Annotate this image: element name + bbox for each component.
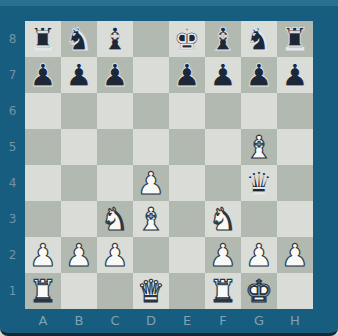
piece-black-pawn[interactable]: ♟ — [245, 57, 273, 93]
rank-label-4: 4 — [0, 165, 25, 201]
square-d2[interactable] — [133, 237, 169, 273]
square-h3[interactable] — [277, 201, 313, 237]
square-b8[interactable]: ♞ — [61, 21, 97, 57]
square-h5[interactable] — [277, 129, 313, 165]
file-label-c: C — [97, 309, 133, 333]
square-d5[interactable] — [133, 129, 169, 165]
piece-white-knight[interactable]: ♞ — [101, 201, 129, 237]
square-b6[interactable] — [61, 93, 97, 129]
square-c2[interactable]: ♟ — [97, 237, 133, 273]
file-label-h: H — [277, 309, 313, 333]
square-b1[interactable] — [61, 273, 97, 309]
square-d3[interactable]: ♝ — [133, 201, 169, 237]
file-label-f: F — [205, 309, 241, 333]
chess-widget: 87654321 ♜♞♝♚♝♞♜♟♟♟♟♟♟♟♝♟♛♞♝♞♟♟♟♟♟♟♜♛♜♚ … — [0, 0, 338, 336]
piece-white-king[interactable]: ♚ — [245, 273, 273, 309]
square-h7[interactable]: ♟ — [277, 57, 313, 93]
square-c4[interactable] — [97, 165, 133, 201]
square-a1[interactable]: ♜ — [25, 273, 61, 309]
piece-white-bishop[interactable]: ♝ — [137, 201, 165, 237]
piece-black-pawn[interactable]: ♟ — [101, 57, 129, 93]
square-d7[interactable] — [133, 57, 169, 93]
square-f2[interactable]: ♟ — [205, 237, 241, 273]
square-g3[interactable] — [241, 201, 277, 237]
rank-label-5: 5 — [0, 129, 25, 165]
rank-labels: 87654321 — [0, 21, 25, 309]
file-label-b: B — [61, 309, 97, 333]
rank-label-2: 2 — [0, 237, 25, 273]
square-e7[interactable]: ♟ — [169, 57, 205, 93]
square-a2[interactable]: ♟ — [25, 237, 61, 273]
square-h6[interactable] — [277, 93, 313, 129]
piece-black-knight[interactable]: ♞ — [65, 21, 93, 57]
piece-black-pawn[interactable]: ♟ — [281, 57, 309, 93]
piece-black-bishop[interactable]: ♝ — [101, 21, 129, 57]
square-b4[interactable] — [61, 165, 97, 201]
square-e2[interactable] — [169, 237, 205, 273]
file-label-e: E — [169, 309, 205, 333]
piece-white-pawn[interactable]: ♟ — [101, 237, 129, 273]
square-d6[interactable] — [133, 93, 169, 129]
square-f6[interactable] — [205, 93, 241, 129]
square-f8[interactable]: ♝ — [205, 21, 241, 57]
square-c5[interactable] — [97, 129, 133, 165]
square-f5[interactable] — [205, 129, 241, 165]
chess-board[interactable]: ♜♞♝♚♝♞♜♟♟♟♟♟♟♟♝♟♛♞♝♞♟♟♟♟♟♟♜♛♜♚ — [25, 21, 313, 309]
square-h4[interactable] — [277, 165, 313, 201]
square-h2[interactable]: ♟ — [277, 237, 313, 273]
square-e6[interactable] — [169, 93, 205, 129]
square-c6[interactable] — [97, 93, 133, 129]
square-b3[interactable] — [61, 201, 97, 237]
square-a7[interactable]: ♟ — [25, 57, 61, 93]
piece-white-pawn[interactable]: ♟ — [209, 237, 237, 273]
piece-black-pawn[interactable]: ♟ — [29, 57, 57, 93]
square-g2[interactable]: ♟ — [241, 237, 277, 273]
square-c8[interactable]: ♝ — [97, 21, 133, 57]
square-d1[interactable]: ♛ — [133, 273, 169, 309]
piece-black-pawn[interactable]: ♟ — [65, 57, 93, 93]
square-e8[interactable]: ♚ — [169, 21, 205, 57]
piece-white-rook[interactable]: ♜ — [209, 273, 237, 309]
square-g5[interactable]: ♝ — [241, 129, 277, 165]
rank-label-6: 6 — [0, 93, 25, 129]
square-f4[interactable] — [205, 165, 241, 201]
square-e1[interactable] — [169, 273, 205, 309]
square-e3[interactable] — [169, 201, 205, 237]
square-h1[interactable] — [277, 273, 313, 309]
piece-white-rook[interactable]: ♜ — [29, 273, 57, 309]
square-h8[interactable]: ♜ — [277, 21, 313, 57]
square-d8[interactable] — [133, 21, 169, 57]
piece-black-king[interactable]: ♚ — [173, 21, 201, 57]
square-g4[interactable]: ♛ — [241, 165, 277, 201]
square-f1[interactable]: ♜ — [205, 273, 241, 309]
piece-black-knight[interactable]: ♞ — [245, 21, 273, 57]
file-label-d: D — [133, 309, 169, 333]
square-a8[interactable]: ♜ — [25, 21, 61, 57]
square-f3[interactable]: ♞ — [205, 201, 241, 237]
square-d4[interactable]: ♟ — [133, 165, 169, 201]
rank-label-8: 8 — [0, 21, 25, 57]
square-b7[interactable]: ♟ — [61, 57, 97, 93]
square-f7[interactable]: ♟ — [205, 57, 241, 93]
rank-label-1: 1 — [0, 273, 25, 309]
square-a4[interactable] — [25, 165, 61, 201]
square-b5[interactable] — [61, 129, 97, 165]
square-c3[interactable]: ♞ — [97, 201, 133, 237]
rank-label-3: 3 — [0, 201, 25, 237]
square-c7[interactable]: ♟ — [97, 57, 133, 93]
square-a5[interactable] — [25, 129, 61, 165]
piece-black-bishop[interactable]: ♝ — [209, 21, 237, 57]
piece-black-rook[interactable]: ♜ — [281, 21, 309, 57]
square-a6[interactable] — [25, 93, 61, 129]
piece-white-pawn[interactable]: ♟ — [29, 237, 57, 273]
piece-white-queen[interactable]: ♛ — [137, 273, 165, 309]
square-a3[interactable] — [25, 201, 61, 237]
square-g1[interactable]: ♚ — [241, 273, 277, 309]
piece-white-knight[interactable]: ♞ — [209, 201, 237, 237]
piece-white-pawn[interactable]: ♟ — [281, 237, 309, 273]
piece-black-pawn[interactable]: ♟ — [209, 57, 237, 93]
piece-white-bishop[interactable]: ♝ — [245, 129, 273, 165]
square-e4[interactable] — [169, 165, 205, 201]
file-label-a: A — [25, 309, 61, 333]
square-c1[interactable] — [97, 273, 133, 309]
piece-black-pawn[interactable]: ♟ — [173, 57, 201, 93]
file-labels: ABCDEFGH — [25, 309, 313, 333]
piece-black-queen[interactable]: ♛ — [245, 165, 273, 201]
piece-white-pawn[interactable]: ♟ — [245, 237, 273, 273]
square-g6[interactable] — [241, 93, 277, 129]
square-b2[interactable]: ♟ — [61, 237, 97, 273]
piece-white-pawn[interactable]: ♟ — [65, 237, 93, 273]
square-g8[interactable]: ♞ — [241, 21, 277, 57]
rank-label-7: 7 — [0, 57, 25, 93]
file-label-g: G — [241, 309, 277, 333]
piece-black-rook[interactable]: ♜ — [29, 21, 57, 57]
piece-white-pawn[interactable]: ♟ — [137, 165, 165, 201]
square-e5[interactable] — [169, 129, 205, 165]
square-g7[interactable]: ♟ — [241, 57, 277, 93]
